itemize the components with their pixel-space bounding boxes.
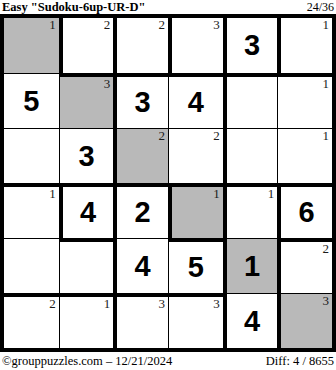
given-digit: 5	[4, 74, 59, 128]
cell-r3c6[interactable]: 1	[277, 128, 332, 183]
given-digit	[4, 129, 59, 183]
cell-r3c2[interactable]: 3	[59, 128, 114, 183]
given-digit	[117, 18, 168, 73]
given-digit	[4, 239, 59, 293]
cell-r4c4[interactable]: 1	[168, 183, 223, 238]
given-digit	[169, 129, 223, 183]
given-digit	[60, 77, 114, 128]
cell-r3c5[interactable]	[223, 128, 278, 183]
given-digit	[169, 297, 223, 348]
cell-r2c4[interactable]: 4	[168, 73, 223, 128]
footer: ©grouppuzzles.com – 12/21/2024 Diff: 4 /…	[0, 353, 336, 370]
given-digit: 4	[227, 294, 278, 348]
cell-r6c4[interactable]: 3	[168, 293, 223, 348]
given-digit: 4	[169, 77, 223, 128]
given-digit	[281, 18, 332, 73]
given-digit: 6	[281, 187, 332, 238]
cell-r3c3[interactable]: 2	[113, 128, 168, 183]
cell-r4c1[interactable]: 1	[4, 183, 59, 238]
difficulty-label: Diff: 4 / 8655	[266, 354, 334, 369]
cell-r2c2[interactable]: 3	[59, 73, 114, 128]
given-digit	[227, 129, 278, 183]
cell-r6c2[interactable]: 1	[59, 293, 114, 348]
cell-r1c5[interactable]: 3	[223, 18, 278, 73]
cell-r4c3[interactable]: 2	[113, 183, 168, 238]
progress-counter: 24/36	[307, 1, 334, 14]
given-digit: 3	[60, 129, 114, 183]
cell-r4c5[interactable]: 1	[223, 183, 278, 238]
cell-r2c6[interactable]: 1	[277, 73, 332, 128]
cell-r3c1[interactable]	[4, 128, 59, 183]
cell-r2c5[interactable]	[223, 73, 278, 128]
given-digit	[281, 242, 332, 293]
given-digit: 2	[117, 187, 168, 238]
cell-r5c3[interactable]: 4	[113, 238, 168, 293]
cell-r6c5[interactable]: 4	[223, 293, 278, 348]
given-digit	[227, 77, 278, 128]
given-digit	[278, 77, 332, 128]
given-digit: 4	[117, 239, 168, 293]
given-digit: 3	[117, 77, 168, 128]
puzzle-page: Easy "Sudoku-6up-UR-D" 24/36 1 2 2 3 3 1…	[0, 0, 336, 370]
cell-r5c1[interactable]	[4, 238, 59, 293]
cell-r2c1[interactable]: 5	[4, 73, 59, 128]
given-digit: 1	[227, 239, 278, 293]
cell-r5c2[interactable]	[59, 238, 114, 293]
given-digit	[172, 18, 223, 73]
cell-r4c6[interactable]: 6	[277, 183, 332, 238]
header: Easy "Sudoku-6up-UR-D" 24/36	[0, 0, 336, 14]
given-digit	[227, 187, 278, 238]
cell-r1c1[interactable]: 1	[4, 18, 59, 73]
cell-r5c4[interactable]: 5	[168, 238, 223, 293]
cell-r5c6[interactable]: 2	[277, 238, 332, 293]
given-digit	[4, 18, 59, 73]
cell-r1c4[interactable]: 3	[168, 18, 223, 73]
puzzle-title: Easy "Sudoku-6up-UR-D"	[2, 1, 145, 14]
cell-r1c3[interactable]: 2	[113, 18, 168, 73]
given-digit	[172, 187, 223, 238]
cell-r3c4[interactable]: 2	[168, 128, 223, 183]
given-digit: 3	[227, 18, 278, 73]
cell-r6c6[interactable]: 3	[277, 293, 332, 348]
cell-r6c1[interactable]: 2	[4, 293, 59, 348]
given-digit	[60, 242, 114, 293]
copyright-date: ©grouppuzzles.com – 12/21/2024	[2, 354, 172, 369]
cell-r5c5[interactable]: 1	[223, 238, 278, 293]
given-digit	[4, 297, 59, 348]
given-digit	[4, 187, 59, 238]
cell-r1c2[interactable]: 2	[59, 18, 114, 73]
given-digit	[117, 297, 168, 348]
given-digit	[278, 129, 332, 183]
given-digit: 5	[169, 242, 223, 293]
sudoku-grid: 1 2 2 3 3 1 5 3 3 4 1 3 2 2 1 1 4 2 1 1 …	[0, 14, 336, 352]
given-digit: 4	[63, 187, 114, 238]
cell-r4c2[interactable]: 4	[59, 183, 114, 238]
given-digit	[60, 297, 114, 348]
given-digit	[281, 294, 332, 348]
cell-r2c3[interactable]: 3	[113, 73, 168, 128]
given-digit	[63, 18, 114, 73]
given-digit	[117, 129, 168, 183]
cell-r1c6[interactable]: 1	[277, 18, 332, 73]
cell-r6c3[interactable]: 3	[113, 293, 168, 348]
